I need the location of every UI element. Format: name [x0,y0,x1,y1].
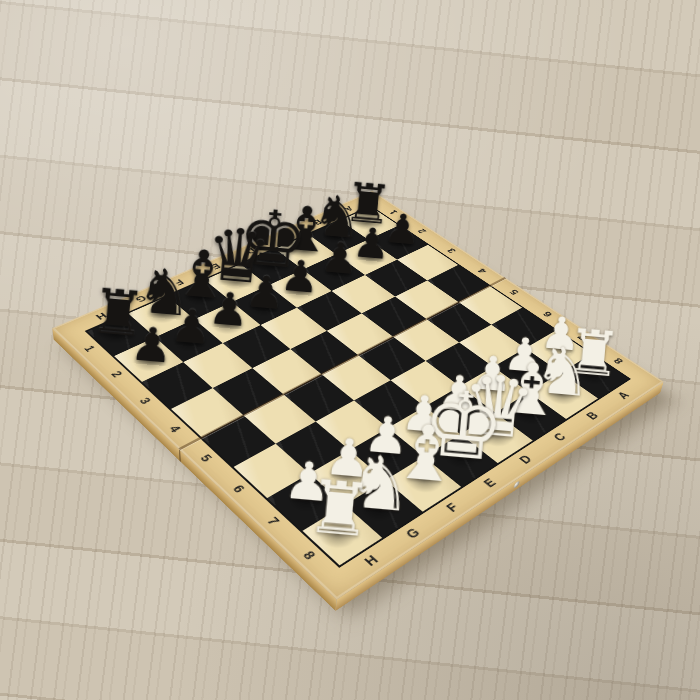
clasp-pin [513,480,519,489]
side-fold-seam [179,449,181,462]
photo-scene: 12345678 12345678 HGFEDCBA HGFEDCBA ♜♞♝♛… [0,0,700,700]
chess-board: 12345678 12345678 HGFEDCBA HGFEDCBA ♜♞♝♛… [52,191,663,600]
